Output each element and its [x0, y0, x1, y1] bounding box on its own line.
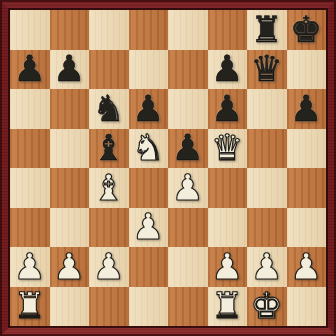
square-e1[interactable] — [168, 287, 208, 327]
piece-black-pawn[interactable]: ♟ — [132, 91, 164, 127]
piece-white-pawn[interactable]: ♟ — [14, 249, 46, 285]
square-a1[interactable]: ♜ — [10, 287, 50, 327]
square-h3[interactable] — [287, 208, 327, 248]
square-c4[interactable]: ♝ — [89, 168, 129, 208]
square-d1[interactable] — [129, 287, 169, 327]
square-f5[interactable]: ♛ — [208, 129, 248, 169]
square-h1[interactable] — [287, 287, 327, 327]
square-e6[interactable] — [168, 89, 208, 129]
square-c5[interactable]: ♝ — [89, 129, 129, 169]
square-f8[interactable] — [208, 10, 248, 50]
piece-black-pawn[interactable]: ♟ — [172, 130, 204, 166]
piece-white-pawn[interactable]: ♟ — [93, 249, 125, 285]
square-g6[interactable] — [247, 89, 287, 129]
square-a2[interactable]: ♟ — [10, 247, 50, 287]
square-e4[interactable]: ♟ — [168, 168, 208, 208]
square-g8[interactable]: ♜ — [247, 10, 287, 50]
square-h8[interactable]: ♚ — [287, 10, 327, 50]
square-b4[interactable] — [50, 168, 90, 208]
square-b1[interactable] — [50, 287, 90, 327]
piece-white-pawn[interactable]: ♟ — [53, 249, 85, 285]
piece-white-pawn[interactable]: ♟ — [290, 249, 322, 285]
square-a5[interactable] — [10, 129, 50, 169]
square-g3[interactable] — [247, 208, 287, 248]
square-f6[interactable]: ♟ — [208, 89, 248, 129]
piece-white-rook[interactable]: ♜ — [14, 288, 46, 324]
square-c3[interactable] — [89, 208, 129, 248]
square-b5[interactable] — [50, 129, 90, 169]
square-a8[interactable] — [10, 10, 50, 50]
piece-black-pawn[interactable]: ♟ — [14, 51, 46, 87]
square-e7[interactable] — [168, 50, 208, 90]
square-e8[interactable] — [168, 10, 208, 50]
square-h5[interactable] — [287, 129, 327, 169]
piece-white-pawn[interactable]: ♟ — [172, 170, 204, 206]
square-e5[interactable]: ♟ — [168, 129, 208, 169]
square-f1[interactable]: ♜ — [208, 287, 248, 327]
piece-white-king[interactable]: ♚ — [251, 288, 283, 324]
square-f3[interactable] — [208, 208, 248, 248]
square-b7[interactable]: ♟ — [50, 50, 90, 90]
square-d8[interactable] — [129, 10, 169, 50]
square-g7[interactable]: ♛ — [247, 50, 287, 90]
piece-white-pawn[interactable]: ♟ — [211, 249, 243, 285]
square-g4[interactable] — [247, 168, 287, 208]
square-h6[interactable]: ♟ — [287, 89, 327, 129]
piece-white-pawn[interactable]: ♟ — [132, 209, 164, 245]
piece-black-pawn[interactable]: ♟ — [53, 51, 85, 87]
piece-black-pawn[interactable]: ♟ — [211, 51, 243, 87]
piece-black-knight[interactable]: ♞ — [93, 91, 125, 127]
square-b8[interactable] — [50, 10, 90, 50]
square-e2[interactable] — [168, 247, 208, 287]
square-a4[interactable] — [10, 168, 50, 208]
piece-white-bishop[interactable]: ♝ — [93, 170, 125, 206]
piece-white-knight[interactable]: ♞ — [132, 130, 164, 166]
square-b6[interactable] — [50, 89, 90, 129]
board-frame: ♜♚♟♟♟♛♞♟♟♟♝♞♟♛♝♟♟♟♟♟♟♟♟♜♜♚ — [0, 0, 336, 336]
square-d4[interactable] — [129, 168, 169, 208]
square-d7[interactable] — [129, 50, 169, 90]
piece-white-pawn[interactable]: ♟ — [251, 249, 283, 285]
square-e3[interactable] — [168, 208, 208, 248]
piece-black-king[interactable]: ♚ — [290, 12, 322, 48]
square-d2[interactable] — [129, 247, 169, 287]
piece-black-rook[interactable]: ♜ — [251, 12, 283, 48]
square-a3[interactable] — [10, 208, 50, 248]
square-g5[interactable] — [247, 129, 287, 169]
piece-white-queen[interactable]: ♛ — [211, 130, 243, 166]
square-f4[interactable] — [208, 168, 248, 208]
square-g1[interactable]: ♚ — [247, 287, 287, 327]
piece-white-rook[interactable]: ♜ — [211, 288, 243, 324]
square-f2[interactable]: ♟ — [208, 247, 248, 287]
piece-black-pawn[interactable]: ♟ — [211, 91, 243, 127]
square-b3[interactable] — [50, 208, 90, 248]
square-h7[interactable] — [287, 50, 327, 90]
square-c1[interactable] — [89, 287, 129, 327]
square-d3[interactable]: ♟ — [129, 208, 169, 248]
piece-black-pawn[interactable]: ♟ — [290, 91, 322, 127]
chess-board: ♜♚♟♟♟♛♞♟♟♟♝♞♟♛♝♟♟♟♟♟♟♟♟♜♜♚ — [10, 10, 326, 326]
square-c7[interactable] — [89, 50, 129, 90]
square-c2[interactable]: ♟ — [89, 247, 129, 287]
square-c6[interactable]: ♞ — [89, 89, 129, 129]
square-g2[interactable]: ♟ — [247, 247, 287, 287]
square-a7[interactable]: ♟ — [10, 50, 50, 90]
square-h2[interactable]: ♟ — [287, 247, 327, 287]
square-d5[interactable]: ♞ — [129, 129, 169, 169]
piece-black-bishop[interactable]: ♝ — [93, 130, 125, 166]
square-h4[interactable] — [287, 168, 327, 208]
square-c8[interactable] — [89, 10, 129, 50]
square-a6[interactable] — [10, 89, 50, 129]
piece-black-queen[interactable]: ♛ — [251, 51, 283, 87]
square-b2[interactable]: ♟ — [50, 247, 90, 287]
square-f7[interactable]: ♟ — [208, 50, 248, 90]
square-d6[interactable]: ♟ — [129, 89, 169, 129]
